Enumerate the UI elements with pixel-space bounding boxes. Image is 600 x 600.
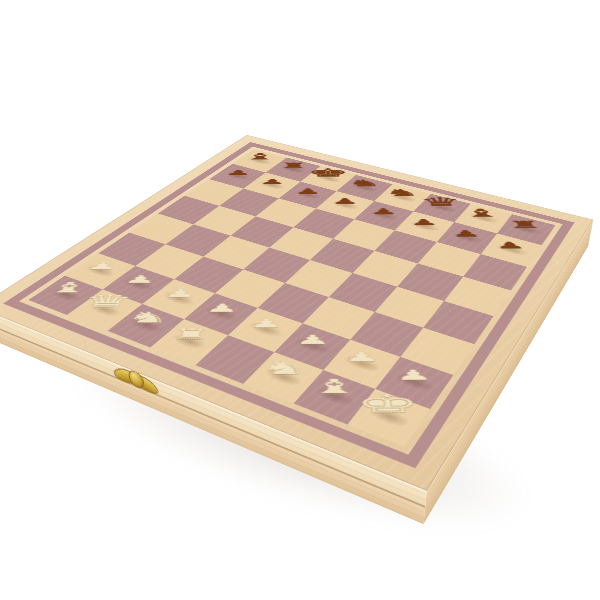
latch-knob: [128, 368, 145, 391]
black-pawn-glyph: ♟: [225, 169, 252, 176]
black-pawn-glyph: ♟: [295, 187, 322, 194]
black-pawn-glyph: ♟: [369, 207, 398, 215]
black-knight-glyph: ♞: [347, 179, 382, 188]
product-photo-background: ♝ ♜ ♚ ♞ ♞ ♛ ♝ ♜ ♟ ♟ ♟ ♟ ♟ ♟ ♟ ♟ ♟ ♟ ♟ ♟ …: [0, 0, 600, 600]
black-rook-glyph: ♜: [278, 162, 308, 170]
black-pawn-glyph: ♟: [450, 229, 482, 238]
black-pawn-glyph: ♟: [493, 241, 526, 250]
black-knight-glyph: ♞: [384, 188, 420, 197]
black-queen-glyph: ♛: [419, 196, 464, 208]
black-bishop-glyph: ♝: [461, 207, 502, 218]
black-rook-glyph: ♜: [506, 219, 544, 229]
black-pawn-glyph: ♟: [259, 178, 286, 185]
black-pawn-glyph: ♟: [331, 197, 359, 205]
black-bishop-glyph: ♝: [243, 152, 277, 160]
black-king-glyph: ♚: [307, 167, 350, 178]
folding-chess-box: ♝ ♜ ♚ ♞ ♞ ♛ ♝ ♜ ♟ ♟ ♟ ♟ ♟ ♟ ♟ ♟ ♟ ♟ ♟ ♟ …: [0, 135, 593, 491]
black-pawn-glyph: ♟: [409, 218, 439, 226]
